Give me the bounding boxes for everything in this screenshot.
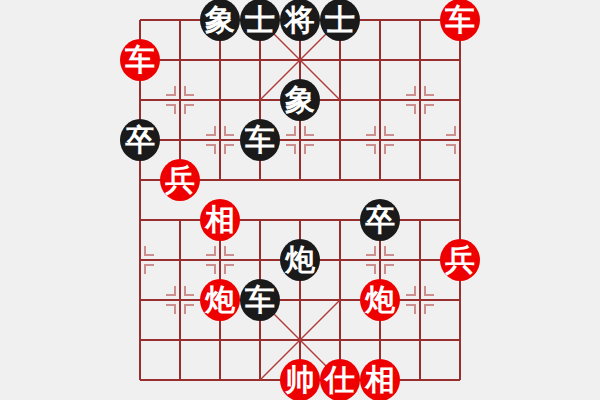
board-point[interactable] [160, 240, 200, 280]
board-point[interactable]: 兵 [440, 240, 480, 280]
board-point[interactable] [240, 160, 280, 200]
red-soldier[interactable]: 兵 [440, 239, 480, 281]
black-advisor[interactable]: 士 [240, 0, 280, 41]
board-point[interactable]: 兵 [160, 160, 200, 200]
red-general[interactable]: 帅 [280, 359, 320, 400]
board-point[interactable] [200, 40, 240, 80]
board-point[interactable] [400, 40, 440, 80]
red-advisor[interactable]: 仕 [320, 359, 360, 400]
board-point[interactable]: 士 [240, 0, 280, 40]
board-point[interactable] [240, 360, 280, 400]
board-point[interactable]: 车 [240, 120, 280, 160]
board-point[interactable] [120, 320, 160, 360]
board-point[interactable] [160, 40, 200, 80]
board-point[interactable]: 车 [120, 40, 160, 80]
board-point[interactable] [240, 200, 280, 240]
board-point[interactable] [400, 320, 440, 360]
board-point[interactable] [400, 360, 440, 400]
board-point[interactable] [240, 40, 280, 80]
black-chariot[interactable]: 车 [240, 279, 280, 321]
board-point[interactable] [320, 280, 360, 320]
board-point[interactable]: 象 [200, 0, 240, 40]
red-soldier[interactable]: 兵 [160, 159, 200, 201]
board-point[interactable] [120, 160, 160, 200]
board-point[interactable]: 车 [440, 0, 480, 40]
board-point[interactable] [320, 120, 360, 160]
board-point[interactable]: 卒 [120, 120, 160, 160]
board-point[interactable] [440, 160, 480, 200]
board-point[interactable] [440, 320, 480, 360]
board-point[interactable] [320, 320, 360, 360]
app-background: 象士将士车车象卒车兵相卒炮兵炮车炮帅仕相 [0, 0, 600, 400]
board-point[interactable] [320, 40, 360, 80]
board-point[interactable] [240, 320, 280, 360]
board-point[interactable] [120, 80, 160, 120]
board-point[interactable] [400, 240, 440, 280]
board-point[interactable] [360, 320, 400, 360]
board-point[interactable] [320, 80, 360, 120]
board-point[interactable] [320, 240, 360, 280]
board-point[interactable] [440, 200, 480, 240]
board-point[interactable] [360, 80, 400, 120]
black-elephant[interactable]: 象 [280, 79, 320, 121]
board-point[interactable] [120, 200, 160, 240]
board-point[interactable]: 将 [280, 0, 320, 40]
board-point[interactable] [280, 40, 320, 80]
board-point[interactable] [440, 40, 480, 80]
board-point[interactable] [440, 80, 480, 120]
board-grid: 象士将士车车象卒车兵相卒炮兵炮车炮帅仕相 [120, 0, 480, 400]
red-elephant[interactable]: 相 [360, 359, 400, 400]
board-point[interactable]: 炮 [200, 280, 240, 320]
board-point[interactable] [240, 80, 280, 120]
board-point[interactable] [160, 80, 200, 120]
board-point[interactable] [400, 80, 440, 120]
board-point[interactable] [160, 120, 200, 160]
black-chariot[interactable]: 车 [240, 119, 280, 161]
board-point[interactable] [120, 240, 160, 280]
black-general[interactable]: 将 [280, 0, 320, 41]
red-chariot[interactable]: 车 [440, 0, 480, 41]
black-advisor[interactable]: 士 [320, 0, 360, 41]
board-point[interactable] [280, 200, 320, 240]
board-point[interactable] [120, 360, 160, 400]
board-point[interactable] [440, 360, 480, 400]
board-point[interactable]: 象 [280, 80, 320, 120]
board-point[interactable] [440, 280, 480, 320]
board-point[interactable]: 相 [360, 360, 400, 400]
board-point[interactable]: 炮 [360, 280, 400, 320]
board-point[interactable]: 帅 [280, 360, 320, 400]
board-point[interactable] [240, 240, 280, 280]
board-point[interactable] [320, 160, 360, 200]
board-point[interactable] [200, 80, 240, 120]
board-point[interactable]: 士 [320, 0, 360, 40]
board-point[interactable] [360, 0, 400, 40]
board-point[interactable] [160, 200, 200, 240]
board-point[interactable] [120, 0, 160, 40]
board-point[interactable] [200, 320, 240, 360]
board-point[interactable] [400, 280, 440, 320]
red-cannon[interactable]: 炮 [200, 279, 240, 321]
board-point[interactable] [280, 120, 320, 160]
board-point[interactable]: 仕 [320, 360, 360, 400]
board-point[interactable] [320, 200, 360, 240]
board-point[interactable]: 卒 [360, 200, 400, 240]
board-point[interactable] [200, 360, 240, 400]
board-point[interactable] [360, 40, 400, 80]
board-point[interactable] [160, 360, 200, 400]
board-point[interactable] [280, 280, 320, 320]
red-cannon[interactable]: 炮 [360, 279, 400, 321]
board-point[interactable] [280, 160, 320, 200]
board-point[interactable] [200, 160, 240, 200]
board-point[interactable] [360, 120, 400, 160]
board-point[interactable] [200, 120, 240, 160]
board-point[interactable] [360, 160, 400, 200]
board-point[interactable] [160, 320, 200, 360]
board-point[interactable] [160, 280, 200, 320]
board-point[interactable] [400, 0, 440, 40]
board-point[interactable]: 炮 [280, 240, 320, 280]
red-elephant[interactable]: 相 [200, 199, 240, 241]
board-point[interactable] [440, 120, 480, 160]
board-point[interactable]: 车 [240, 280, 280, 320]
board-point[interactable] [120, 280, 160, 320]
board-point[interactable] [360, 240, 400, 280]
board-point[interactable] [280, 320, 320, 360]
black-cannon[interactable]: 炮 [280, 239, 320, 281]
red-chariot[interactable]: 车 [120, 39, 160, 81]
board-point[interactable] [160, 0, 200, 40]
board-point[interactable] [400, 160, 440, 200]
black-soldier[interactable]: 卒 [120, 119, 160, 161]
board-point[interactable] [400, 120, 440, 160]
board-point[interactable] [400, 200, 440, 240]
board-point[interactable] [200, 240, 240, 280]
xiangqi-board: 象士将士车车象卒车兵相卒炮兵炮车炮帅仕相 [120, 0, 480, 400]
black-soldier[interactable]: 卒 [360, 199, 400, 241]
board-point[interactable]: 相 [200, 200, 240, 240]
black-elephant[interactable]: 象 [200, 0, 240, 41]
